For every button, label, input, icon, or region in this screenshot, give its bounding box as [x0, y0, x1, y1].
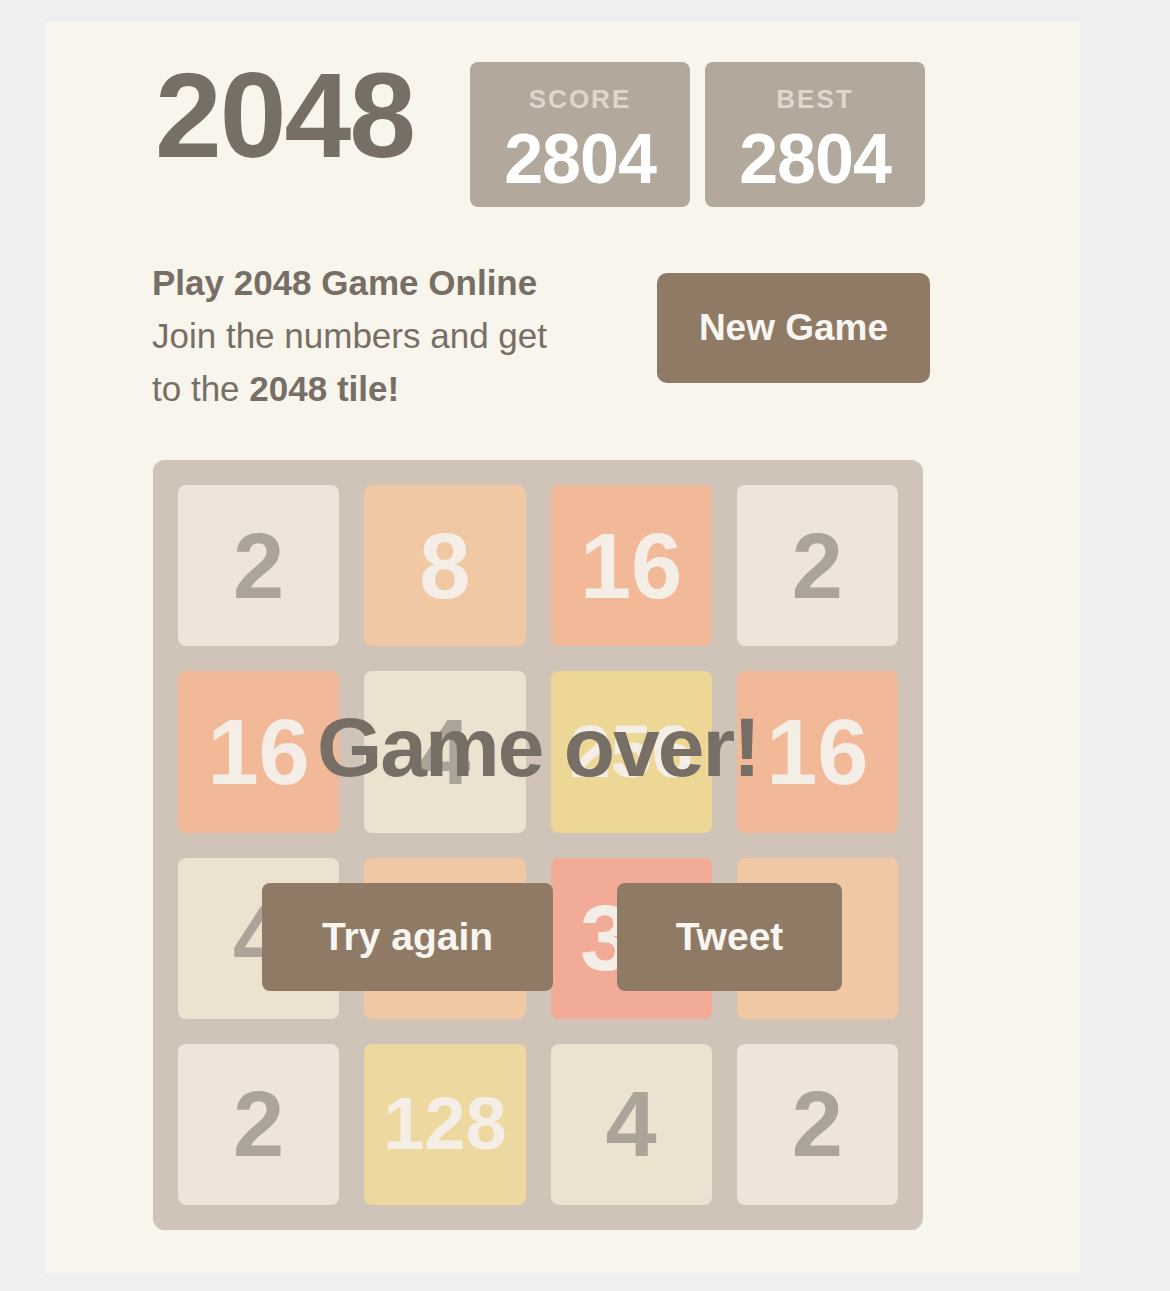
best-label: BEST — [705, 84, 925, 114]
intro-line1: Join the numbers and get — [152, 309, 652, 362]
try-again-button[interactable]: Try again — [262, 883, 553, 991]
game-over-message: Game over! — [153, 702, 923, 792]
tweet-button[interactable]: Tweet — [617, 883, 842, 991]
intro-heading: Play 2048 Game Online — [152, 256, 652, 309]
intro-text: Play 2048 Game Online Join the numbers a… — [152, 256, 652, 415]
score-label: SCORE — [470, 84, 690, 114]
best-box: BEST 2804 — [705, 62, 925, 207]
game-title: 2048 — [155, 48, 414, 183]
score-box: SCORE 2804 — [470, 62, 690, 207]
overlay-buttons: Try again Tweet — [262, 883, 842, 991]
intro-line2: to the 2048 tile! — [152, 362, 652, 415]
best-value: 2804 — [705, 122, 925, 196]
game-board: 281621642561648328212842 Game over! Try … — [153, 460, 923, 1230]
game-over-overlay: Game over! Try again Tweet — [153, 460, 923, 1230]
page-background: 2048 SCORE 2804 BEST 2804 Play 2048 Game… — [45, 22, 1080, 1273]
new-game-button[interactable]: New Game — [657, 273, 930, 383]
score-value: 2804 — [470, 122, 690, 196]
